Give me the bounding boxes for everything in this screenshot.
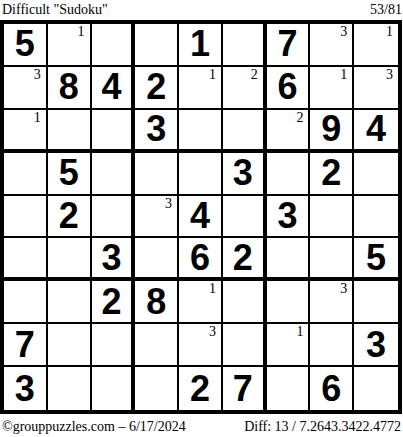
- given-digit: 2: [310, 153, 352, 194]
- sudoku-cell-r7c7[interactable]: [267, 281, 311, 324]
- sudoku-cell-r8c1[interactable]: 7: [4, 324, 48, 367]
- sudoku-cell-r7c2[interactable]: [48, 281, 92, 324]
- sudoku-cell-r4c5[interactable]: [179, 153, 223, 196]
- sudoku-cell-r3c6[interactable]: [223, 110, 267, 153]
- given-digit: 5: [354, 238, 398, 277]
- pencil-mark: 3: [34, 67, 41, 82]
- given-digit: 2: [223, 238, 263, 277]
- sudoku-cell-r5c6[interactable]: [223, 196, 267, 239]
- sudoku-cell-r4c9[interactable]: [354, 153, 398, 196]
- sudoku-cell-r8c4[interactable]: [135, 324, 179, 367]
- given-digit: 3: [4, 367, 46, 410]
- given-digit: 1: [179, 24, 221, 65]
- given-digit: 8: [48, 67, 90, 108]
- given-digit: 2: [92, 281, 132, 322]
- sudoku-cell-r9c3[interactable]: [92, 367, 136, 410]
- sudoku-cell-r7c9[interactable]: [354, 281, 398, 324]
- sudoku-cell-r6c7[interactable]: [267, 238, 311, 281]
- pencil-mark: 3: [340, 281, 347, 296]
- given-digit: 3: [223, 153, 263, 194]
- sudoku-cell-r5c3[interactable]: [92, 196, 136, 239]
- sudoku-cell-r9c5[interactable]: 2: [179, 367, 223, 410]
- sudoku-cell-r6c5[interactable]: 6: [179, 238, 223, 281]
- sudoku-cell-r5c1[interactable]: [4, 196, 48, 239]
- sudoku-cell-r1c5[interactable]: 1: [179, 24, 223, 67]
- given-digit: 3: [135, 110, 177, 149]
- sudoku-cell-r2c5[interactable]: 1: [179, 67, 223, 110]
- sudoku-cell-r8c9[interactable]: 3: [354, 324, 398, 367]
- pencil-mark: 1: [386, 24, 393, 39]
- given-digit: 6: [179, 238, 221, 277]
- pencil-mark: 1: [209, 281, 216, 296]
- sudoku-cell-r3c7[interactable]: 2: [267, 110, 311, 153]
- sudoku-cell-r6c9[interactable]: 5: [354, 238, 398, 281]
- pencil-mark: 3: [340, 24, 347, 39]
- sudoku-cell-r9c2[interactable]: [48, 367, 92, 410]
- sudoku-cell-r2c7[interactable]: 6: [267, 67, 311, 110]
- pencil-mark: 3: [209, 324, 216, 339]
- pencil-mark: 2: [296, 110, 303, 125]
- sudoku-cell-r9c6[interactable]: 7: [223, 367, 267, 410]
- sudoku-cell-r1c8[interactable]: 3: [310, 24, 354, 67]
- difficulty-rating: Diff: 13 / 7.2643.3422.4772: [244, 418, 401, 435]
- sudoku-cell-r1c2[interactable]: 1: [48, 24, 92, 67]
- sudoku-cell-r8c7[interactable]: 1: [267, 324, 311, 367]
- sudoku-cell-r4c6[interactable]: 3: [223, 153, 267, 196]
- given-digit: 4: [354, 110, 398, 149]
- sudoku-cell-r7c5[interactable]: 1: [179, 281, 223, 324]
- sudoku-cell-r9c9[interactable]: [354, 367, 398, 410]
- sudoku-cell-r4c2[interactable]: 5: [48, 153, 92, 196]
- sudoku-cell-r2c3[interactable]: 4: [92, 67, 136, 110]
- given-digit: 2: [48, 196, 90, 237]
- sudoku-cell-r4c7[interactable]: [267, 153, 311, 196]
- sudoku-cell-r8c2[interactable]: [48, 324, 92, 367]
- sudoku-cell-r3c5[interactable]: [179, 110, 223, 153]
- puzzle-title: Difficult "Sudoku": [2, 1, 108, 18]
- sudoku-cell-r8c8[interactable]: [310, 324, 354, 367]
- sudoku-cell-r4c3[interactable]: [92, 153, 136, 196]
- sudoku-cell-r3c9[interactable]: 4: [354, 110, 398, 153]
- sudoku-cell-r3c1[interactable]: 1: [4, 110, 48, 153]
- pencil-mark: 1: [209, 67, 216, 82]
- given-digit: 2: [179, 367, 221, 410]
- sudoku-cell-r7c4[interactable]: 8: [135, 281, 179, 324]
- sudoku-cell-r6c8[interactable]: [310, 238, 354, 281]
- header: Difficult "Sudoku" 53/81: [2, 1, 402, 18]
- sudoku-cell-r5c5[interactable]: 4: [179, 196, 223, 239]
- sudoku-cell-r2c9[interactable]: 3: [354, 67, 398, 110]
- given-digit: 3: [92, 238, 132, 277]
- sudoku-cell-r5c9[interactable]: [354, 196, 398, 239]
- sudoku-cell-r8c5[interactable]: 3: [179, 324, 223, 367]
- sudoku-cell-r3c2[interactable]: [48, 110, 92, 153]
- given-digit: 9: [310, 110, 352, 149]
- sudoku-cell-r5c8[interactable]: [310, 196, 354, 239]
- pencil-mark: 3: [386, 67, 393, 82]
- given-digit: 4: [92, 67, 132, 108]
- given-digit: 2: [135, 67, 177, 108]
- sudoku-cell-r7c1[interactable]: [4, 281, 48, 324]
- sudoku-board: 5117313842126131329453223433625281373133…: [0, 20, 402, 414]
- pencil-mark: 1: [34, 110, 41, 125]
- sudoku-cell-r8c3[interactable]: [92, 324, 136, 367]
- sudoku-cell-r7c3[interactable]: 2: [92, 281, 136, 324]
- sudoku-cell-r9c8[interactable]: 6: [310, 367, 354, 410]
- sudoku-cell-r4c1[interactable]: [4, 153, 48, 196]
- given-digit: 3: [267, 196, 309, 237]
- footer: ©grouppuzzles.com – 6/17/2024 Diff: 13 /…: [2, 418, 401, 435]
- sudoku-cell-r5c2[interactable]: 2: [48, 196, 92, 239]
- sudoku-cell-r6c4[interactable]: [135, 238, 179, 281]
- sudoku-cell-r4c4[interactable]: [135, 153, 179, 196]
- sudoku-cell-r1c9[interactable]: 1: [354, 24, 398, 67]
- sudoku-cell-r3c4[interactable]: 3: [135, 110, 179, 153]
- sudoku-cell-r9c4[interactable]: [135, 367, 179, 410]
- sudoku-cell-r1c3[interactable]: [92, 24, 136, 67]
- given-digit: 7: [267, 24, 309, 65]
- remaining-counter: 53/81: [370, 1, 402, 18]
- pencil-mark: 1: [78, 24, 85, 39]
- sudoku-cell-r6c2[interactable]: [48, 238, 92, 281]
- given-digit: 7: [223, 367, 263, 410]
- sudoku-cell-r2c4[interactable]: 2: [135, 67, 179, 110]
- sudoku-cell-r6c3[interactable]: 3: [92, 238, 136, 281]
- sudoku-cell-r9c1[interactable]: 3: [4, 367, 48, 410]
- given-digit: 5: [48, 153, 90, 194]
- sudoku-cell-r6c1[interactable]: [4, 238, 48, 281]
- sudoku-cell-r8c6[interactable]: [223, 324, 267, 367]
- copyright-date: ©grouppuzzles.com – 6/17/2024: [2, 418, 186, 435]
- sudoku-cell-r3c8[interactable]: 9: [310, 110, 354, 153]
- sudoku-cell-r2c1[interactable]: 3: [4, 67, 48, 110]
- sudoku-cell-r1c1[interactable]: 5: [4, 24, 48, 67]
- given-digit: 3: [354, 324, 398, 365]
- sudoku-cell-r1c6[interactable]: [223, 24, 267, 67]
- sudoku-cell-r9c7[interactable]: [267, 367, 311, 410]
- sudoku-cell-r7c8[interactable]: 3: [310, 281, 354, 324]
- sudoku-cell-r2c6[interactable]: 2: [223, 67, 267, 110]
- sudoku-cell-r2c8[interactable]: 1: [310, 67, 354, 110]
- sudoku-cell-r2c2[interactable]: 8: [48, 67, 92, 110]
- given-digit: 4: [179, 196, 221, 237]
- given-digit: 6: [310, 367, 352, 410]
- sudoku-cell-r5c7[interactable]: 3: [267, 196, 311, 239]
- pencil-mark: 2: [251, 67, 258, 82]
- sudoku-cell-r3c3[interactable]: [92, 110, 136, 153]
- given-digit: 6: [267, 67, 309, 108]
- sudoku-cell-r5c4[interactable]: 3: [135, 196, 179, 239]
- pencil-mark: 1: [296, 324, 303, 339]
- sudoku-cell-r4c8[interactable]: 2: [310, 153, 354, 196]
- sudoku-cell-r1c4[interactable]: [135, 24, 179, 67]
- sudoku-cell-r7c6[interactable]: [223, 281, 267, 324]
- sudoku-cell-r1c7[interactable]: 7: [267, 24, 311, 67]
- pencil-mark: 1: [340, 67, 347, 82]
- given-digit: 8: [135, 281, 177, 322]
- sudoku-cell-r6c6[interactable]: 2: [223, 238, 267, 281]
- pencil-mark: 3: [165, 196, 172, 211]
- given-digit: 7: [4, 324, 46, 365]
- given-digit: 5: [4, 24, 46, 65]
